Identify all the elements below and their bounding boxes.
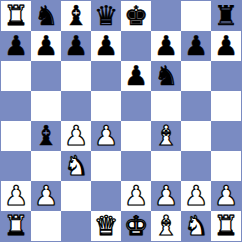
- square-e4[interactable]: [121, 121, 151, 151]
- square-a3[interactable]: [1, 151, 31, 181]
- square-a2[interactable]: ♟: [1, 181, 31, 211]
- square-d4[interactable]: ♟: [91, 121, 121, 151]
- square-g5[interactable]: [181, 91, 211, 121]
- square-f8[interactable]: [151, 1, 181, 31]
- square-b6[interactable]: [31, 61, 61, 91]
- square-a6[interactable]: [1, 61, 31, 91]
- square-d5[interactable]: [91, 91, 121, 121]
- piece-white-pawn-h2[interactable]: ♟: [214, 181, 238, 211]
- piece-black-pawn-f7[interactable]: ♟: [154, 31, 178, 61]
- piece-black-pawn-c7[interactable]: ♟: [64, 31, 88, 61]
- piece-black-rook-h8[interactable]: ♜: [214, 1, 238, 31]
- piece-black-pawn-g7[interactable]: ♟: [184, 31, 208, 61]
- square-g1[interactable]: ♞: [181, 211, 211, 241]
- square-a7[interactable]: ♟: [1, 31, 31, 61]
- piece-black-pawn-h7[interactable]: ♟: [214, 31, 238, 61]
- piece-white-bishop-f4[interactable]: ♝: [154, 121, 178, 151]
- piece-white-pawn-a2[interactable]: ♟: [4, 181, 28, 211]
- piece-black-pawn-d7[interactable]: ♟: [94, 31, 118, 61]
- square-a8[interactable]: ♜: [1, 1, 31, 31]
- square-f1[interactable]: ♝: [151, 211, 181, 241]
- square-h5[interactable]: [211, 91, 241, 121]
- piece-white-knight-g1[interactable]: ♞: [184, 211, 208, 241]
- piece-white-pawn-d4[interactable]: ♟: [94, 121, 118, 151]
- chess-board: ♜♞♝♛♚♜♟♟♟♟♟♟♟♟♞♝♟♟♝♞♟♟♟♟♟♟♜♛♚♝♞♜: [0, 0, 242, 242]
- square-h3[interactable]: [211, 151, 241, 181]
- square-c7[interactable]: ♟: [61, 31, 91, 61]
- piece-black-knight-b8[interactable]: ♞: [34, 1, 58, 31]
- piece-white-rook-a8[interactable]: ♜: [4, 1, 28, 31]
- square-f2[interactable]: ♟: [151, 181, 181, 211]
- square-d1[interactable]: ♛: [91, 211, 121, 241]
- square-b3[interactable]: [31, 151, 61, 181]
- square-g8[interactable]: [181, 1, 211, 31]
- piece-white-pawn-e2[interactable]: ♟: [124, 181, 148, 211]
- square-h4[interactable]: [211, 121, 241, 151]
- square-b4[interactable]: ♝: [31, 121, 61, 151]
- square-b5[interactable]: [31, 91, 61, 121]
- square-c6[interactable]: [61, 61, 91, 91]
- square-f7[interactable]: ♟: [151, 31, 181, 61]
- square-e2[interactable]: ♟: [121, 181, 151, 211]
- square-g4[interactable]: [181, 121, 211, 151]
- square-c8[interactable]: ♝: [61, 1, 91, 31]
- square-c2[interactable]: [61, 181, 91, 211]
- square-h1[interactable]: ♜: [211, 211, 241, 241]
- piece-white-rook-a1[interactable]: ♜: [4, 211, 28, 241]
- square-h8[interactable]: ♜: [211, 1, 241, 31]
- square-c5[interactable]: [61, 91, 91, 121]
- piece-white-pawn-g2[interactable]: ♟: [184, 181, 208, 211]
- piece-black-pawn-b7[interactable]: ♟: [34, 31, 58, 61]
- square-e6[interactable]: ♟: [121, 61, 151, 91]
- piece-white-knight-c3[interactable]: ♞: [64, 151, 88, 181]
- square-d6[interactable]: [91, 61, 121, 91]
- square-e3[interactable]: [121, 151, 151, 181]
- square-d2[interactable]: [91, 181, 121, 211]
- square-e8[interactable]: ♚: [121, 1, 151, 31]
- piece-black-bishop-c8[interactable]: ♝: [64, 1, 88, 31]
- piece-white-rook-h1[interactable]: ♜: [214, 211, 238, 241]
- piece-black-king-e8[interactable]: ♚: [124, 1, 148, 31]
- square-b8[interactable]: ♞: [31, 1, 61, 31]
- piece-white-queen-d1[interactable]: ♛: [94, 211, 118, 241]
- square-e7[interactable]: [121, 31, 151, 61]
- square-b7[interactable]: ♟: [31, 31, 61, 61]
- square-d8[interactable]: ♛: [91, 1, 121, 31]
- square-a5[interactable]: [1, 91, 31, 121]
- square-h6[interactable]: [211, 61, 241, 91]
- piece-black-knight-f6[interactable]: ♞: [154, 61, 178, 91]
- square-f5[interactable]: [151, 91, 181, 121]
- square-c1[interactable]: [61, 211, 91, 241]
- piece-white-pawn-b2[interactable]: ♟: [34, 181, 58, 211]
- piece-white-pawn-f2[interactable]: ♟: [154, 181, 178, 211]
- square-d7[interactable]: ♟: [91, 31, 121, 61]
- square-f3[interactable]: [151, 151, 181, 181]
- piece-black-pawn-a7[interactable]: ♟: [4, 31, 28, 61]
- piece-white-king-e1[interactable]: ♚: [124, 211, 148, 241]
- square-g7[interactable]: ♟: [181, 31, 211, 61]
- square-e5[interactable]: [121, 91, 151, 121]
- piece-white-pawn-c4[interactable]: ♟: [64, 121, 88, 151]
- piece-black-pawn-e6[interactable]: ♟: [124, 61, 148, 91]
- square-h2[interactable]: ♟: [211, 181, 241, 211]
- square-b2[interactable]: ♟: [31, 181, 61, 211]
- square-c3[interactable]: ♞: [61, 151, 91, 181]
- piece-black-bishop-b4[interactable]: ♝: [34, 121, 58, 151]
- square-f6[interactable]: ♞: [151, 61, 181, 91]
- square-c4[interactable]: ♟: [61, 121, 91, 151]
- square-f4[interactable]: ♝: [151, 121, 181, 151]
- square-g3[interactable]: [181, 151, 211, 181]
- square-g2[interactable]: ♟: [181, 181, 211, 211]
- piece-black-queen-d8[interactable]: ♛: [94, 1, 118, 31]
- square-a4[interactable]: [1, 121, 31, 151]
- piece-white-bishop-f1[interactable]: ♝: [154, 211, 178, 241]
- square-g6[interactable]: [181, 61, 211, 91]
- square-a1[interactable]: ♜: [1, 211, 31, 241]
- square-b1[interactable]: [31, 211, 61, 241]
- square-e1[interactable]: ♚: [121, 211, 151, 241]
- square-d3[interactable]: [91, 151, 121, 181]
- square-h7[interactable]: ♟: [211, 31, 241, 61]
